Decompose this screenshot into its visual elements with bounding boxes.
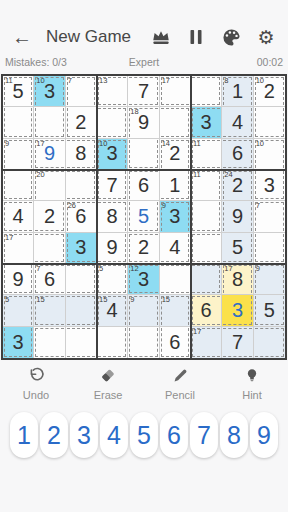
cell-r5c6[interactable]: 93 <box>160 201 191 232</box>
cage-dashed-border <box>129 140 157 168</box>
cage-sum-label: 7 <box>36 264 40 273</box>
toolbar: Undo Erase Pencil Hint <box>0 367 288 401</box>
cell-value-given: 6 <box>128 170 158 200</box>
cage-dashed-border <box>67 265 95 293</box>
navbar: ← New Game ⚙ <box>0 22 288 52</box>
cage-dashed-border <box>67 296 95 324</box>
cage-dashed-border <box>255 234 284 262</box>
cell-r4c4[interactable]: 7 <box>97 170 128 201</box>
cell-r4c7[interactable]: 11 <box>191 170 222 201</box>
cell-r5c1[interactable]: 4 <box>3 201 34 232</box>
hint-lightbulb-icon <box>244 367 260 388</box>
cage-sum-label: 26 <box>68 201 76 210</box>
cell-r2c6[interactable] <box>160 107 191 138</box>
cell-r7c6[interactable] <box>160 264 191 295</box>
numpad-button-3[interactable]: 3 <box>70 412 98 458</box>
cell-r8c9[interactable]: 5 <box>254 295 285 326</box>
cell-r4c8[interactable]: 242 <box>222 170 253 201</box>
cell-r3c8[interactable]: 6 <box>222 139 253 170</box>
pause-icon[interactable] <box>186 27 206 47</box>
cage-sum-label: 14 <box>162 139 170 148</box>
difficulty-label: Expert <box>75 56 213 68</box>
cell-value-given: 1 <box>160 170 190 200</box>
hint-label: Hint <box>242 389 262 401</box>
cage-sum-label: 13 <box>99 76 107 85</box>
cell-value-user: 5 <box>128 201 158 231</box>
cell-r4c1[interactable] <box>3 170 34 201</box>
cell-value-given: 6 <box>160 327 190 358</box>
cell-r6c5[interactable]: 2 <box>128 233 159 264</box>
cell-r7c1[interactable]: 9 <box>3 264 34 295</box>
cell-r5c7[interactable] <box>191 201 222 232</box>
eraser-icon <box>99 367 117 388</box>
cell-r2c1[interactable] <box>3 107 34 138</box>
cage-sum-label: 15 <box>162 295 170 304</box>
cage-sum-label: 12 <box>130 264 138 273</box>
numpad-button-6[interactable]: 6 <box>160 412 188 458</box>
cell-r4c9[interactable]: 3 <box>254 170 285 201</box>
cell-value-given: 4 <box>160 233 190 263</box>
cell-r8c5[interactable]: 9 <box>128 295 159 326</box>
pencil-button[interactable]: Pencil <box>144 367 216 401</box>
numpad-button-5[interactable]: 5 <box>130 412 158 458</box>
cage-sum-label: 17 <box>162 76 170 85</box>
page-title: New Game <box>46 27 131 47</box>
cell-r3c7[interactable]: 11 <box>191 139 222 170</box>
cage-sum-label: 11 <box>5 76 13 85</box>
cell-value-given: 8 <box>66 139 96 169</box>
cell-r8c4[interactable]: 154 <box>97 295 128 326</box>
cell-r8c8[interactable]: 3 <box>222 295 253 326</box>
cell-r4c3[interactable] <box>66 170 97 201</box>
nav-icons: ⚙ <box>151 27 276 47</box>
cell-r9c9[interactable] <box>254 327 285 358</box>
cage-dashed-border <box>4 171 32 199</box>
cage-sum-label: 10 <box>36 76 44 85</box>
cage-dashed-border <box>98 108 126 136</box>
cell-r2c2[interactable] <box>34 107 65 138</box>
cell-value-given: 9 <box>222 201 252 231</box>
cell-r1c8[interactable]: 81 <box>222 76 253 107</box>
cell-r9c1[interactable]: 3 <box>3 327 34 358</box>
numpad-button-7[interactable]: 7 <box>190 412 218 458</box>
cell-r6c1[interactable]: 17 <box>3 233 34 264</box>
cell-r1c5[interactable]: 7 <box>128 76 159 107</box>
cage-sum-label: 5 <box>5 295 9 304</box>
cage-sum-label: 11 <box>193 139 201 148</box>
cell-r4c6[interactable]: 1 <box>160 170 191 201</box>
cell-r5c2[interactable]: 2 <box>34 201 65 232</box>
cell-r7c9[interactable]: 9 <box>254 264 285 295</box>
erase-button[interactable]: Erase <box>72 367 144 401</box>
cell-r1c1[interactable]: 115 <box>3 76 34 107</box>
cell-value-given: 2 <box>128 233 158 263</box>
pencil-label: Pencil <box>165 389 195 401</box>
cell-value-given: 9 <box>3 264 33 294</box>
cell-r9c7[interactable]: 17 <box>191 327 222 358</box>
cage-dashed-border <box>192 265 220 293</box>
cell-r7c8[interactable]: 178 <box>222 264 253 295</box>
cell-r6c6[interactable]: 4 <box>160 233 191 264</box>
cell-r6c9[interactable] <box>254 233 285 264</box>
cage-sum-label: 17 <box>224 264 232 273</box>
cell-r4c5[interactable]: 6 <box>128 170 159 201</box>
cell-value-given: 3 <box>254 170 285 200</box>
cell-r1c7[interactable] <box>191 76 222 107</box>
cell-value-given: 2 <box>34 201 64 231</box>
cell-r9c6[interactable]: 6 <box>160 327 191 358</box>
cell-r7c2[interactable]: 76 <box>34 264 65 295</box>
cell-r3c2[interactable]: 179 <box>34 139 65 170</box>
cell-r8c3[interactable] <box>66 295 97 326</box>
cell-r5c9[interactable]: 7 <box>254 201 285 232</box>
cell-r6c7[interactable] <box>191 233 222 264</box>
cage-dashed-border <box>67 328 95 357</box>
cage-sum-label: 10 <box>99 139 107 148</box>
cell-value-given: 4 <box>3 201 33 231</box>
cell-r5c8[interactable]: 9 <box>222 201 253 232</box>
cell-value-given: 3 <box>3 327 33 358</box>
cell-r9c2[interactable] <box>34 327 65 358</box>
cage-sum-label: 11 <box>193 170 201 179</box>
timer: 00:02 <box>213 56 283 68</box>
cage-dashed-border <box>4 108 32 136</box>
cell-r9c4[interactable] <box>97 327 128 358</box>
killer-sudoku-board: 1151037137178110221893491798103142116102… <box>1 74 287 360</box>
numpad: 123456789 <box>0 412 288 458</box>
numpad-button-1[interactable]: 1 <box>10 412 38 458</box>
cell-r6c2[interactable] <box>34 233 65 264</box>
cell-value-given: 5 <box>222 233 252 263</box>
cell-r1c9[interactable]: 102 <box>254 76 285 107</box>
crown-icon[interactable] <box>151 27 171 47</box>
cell-r9c3[interactable] <box>66 327 97 358</box>
cell-value-given: 7 <box>222 327 252 358</box>
cell-r5c3[interactable]: 266 <box>66 201 97 232</box>
board-grid: 1151037137178110221893491798103142116102… <box>3 76 285 358</box>
cage-dashed-border <box>67 171 95 199</box>
cage-sum-label: 15 <box>36 295 44 304</box>
cage-sum-label: 9 <box>130 295 134 304</box>
cage-dashed-border <box>35 328 63 357</box>
cell-r6c3[interactable]: 3 <box>66 233 97 264</box>
cage-dashed-border <box>192 77 220 105</box>
cell-r1c3[interactable]: 7 <box>66 76 97 107</box>
cage-sum-label: 5 <box>99 264 103 273</box>
cell-r2c4[interactable] <box>97 107 128 138</box>
cell-value-given: 2 <box>66 107 96 137</box>
cell-value-given: 4 <box>222 107 252 137</box>
cage-sum-label: 8 <box>224 76 228 85</box>
cage-sum-label: 9 <box>256 264 260 273</box>
cell-r2c3[interactable]: 2 <box>66 107 97 138</box>
cell-value-given: 5 <box>254 295 285 325</box>
cage-sum-label: 9 <box>162 201 166 210</box>
numpad-button-9[interactable]: 9 <box>250 412 278 458</box>
cell-value-given: 3 <box>191 107 221 137</box>
cage-sum-label: 20 <box>36 170 44 179</box>
cage-sum-label: 24 <box>224 170 232 179</box>
cage-dashed-border <box>129 328 157 357</box>
settings-gear-icon[interactable]: ⚙ <box>256 27 276 47</box>
cage-sum-label: 7 <box>256 201 260 210</box>
cage-dashed-border <box>192 202 220 230</box>
palette-icon[interactable] <box>221 27 241 47</box>
cell-r2c5[interactable]: 189 <box>128 107 159 138</box>
cell-value-given: 6 <box>222 139 252 169</box>
cage-dashed-border <box>98 328 126 357</box>
cell-r1c4[interactable]: 13 <box>97 76 128 107</box>
undo-icon <box>28 367 45 388</box>
cage-sum-label: 17 <box>5 233 13 242</box>
back-arrow-icon[interactable]: ← <box>12 27 32 47</box>
undo-label: Undo <box>23 389 49 401</box>
erase-label: Erase <box>94 389 123 401</box>
cage-sum-label: 9 <box>5 139 9 148</box>
cell-value-given: 8 <box>97 201 127 231</box>
cage-dashed-border <box>35 108 63 136</box>
cell-r6c8[interactable]: 5 <box>222 233 253 264</box>
cell-r7c7[interactable] <box>191 264 222 295</box>
cell-r9c5[interactable] <box>128 327 159 358</box>
cell-r6c4[interactable]: 9 <box>97 233 128 264</box>
cell-r8c1[interactable]: 5 <box>3 295 34 326</box>
cell-r7c3[interactable] <box>66 264 97 295</box>
cage-dashed-border <box>192 234 220 262</box>
cell-value-given: 7 <box>97 170 127 200</box>
cell-value-given: 6 <box>191 295 221 325</box>
cage-sum-label: 17 <box>193 327 201 336</box>
hint-button[interactable]: Hint <box>216 367 288 401</box>
cell-r1c6[interactable]: 17 <box>160 76 191 107</box>
status-row: Mistakes: 0/3 Expert 00:02 <box>0 52 288 72</box>
cell-value-given: 9 <box>97 233 127 263</box>
cage-dashed-border <box>255 108 284 136</box>
pencil-icon <box>172 367 189 388</box>
cell-r3c5[interactable] <box>128 139 159 170</box>
cell-r3c4[interactable]: 103 <box>97 139 128 170</box>
cell-r8c6[interactable]: 15 <box>160 295 191 326</box>
cell-r4c2[interactable]: 20 <box>34 170 65 201</box>
cell-r3c9[interactable]: 10 <box>254 139 285 170</box>
cell-r2c9[interactable] <box>254 107 285 138</box>
cage-sum-label: 15 <box>99 295 107 304</box>
numpad-button-2[interactable]: 2 <box>40 412 68 458</box>
status-bar-space <box>0 0 288 22</box>
cage-sum-label: 18 <box>130 107 138 116</box>
cell-r8c2[interactable]: 15 <box>34 295 65 326</box>
cell-r1c2[interactable]: 103 <box>34 76 65 107</box>
cell-value-given: 3 <box>66 233 96 263</box>
cage-sum-label: 7 <box>68 76 72 85</box>
cage-dashed-border <box>35 234 63 262</box>
cell-r3c1[interactable]: 9 <box>3 139 34 170</box>
cage-sum-label: 10 <box>256 139 264 148</box>
cell-r8c7[interactable]: 6 <box>191 295 222 326</box>
cage-dashed-border <box>161 265 189 293</box>
cell-r2c8[interactable]: 4 <box>222 107 253 138</box>
cage-dashed-border <box>255 328 284 357</box>
cell-r9c8[interactable]: 7 <box>222 327 253 358</box>
cell-value-given: 7 <box>128 76 158 106</box>
cell-r3c6[interactable]: 142 <box>160 139 191 170</box>
numpad-button-8[interactable]: 8 <box>220 412 248 458</box>
cell-r5c5[interactable]: 5 <box>128 201 159 232</box>
cage-dashed-border <box>161 108 189 136</box>
cell-r2c7[interactable]: 3 <box>191 107 222 138</box>
cage-sum-label: 17 <box>36 139 44 148</box>
cell-r7c5[interactable]: 123 <box>128 264 159 295</box>
cage-sum-label: 10 <box>256 76 264 85</box>
numpad-button-4[interactable]: 4 <box>100 412 128 458</box>
mistakes-counter: Mistakes: 0/3 <box>5 56 75 68</box>
cell-r5c4[interactable]: 8 <box>97 201 128 232</box>
cell-r3c3[interactable]: 8 <box>66 139 97 170</box>
cell-value-user: 3 <box>222 295 252 325</box>
cell-r7c4[interactable]: 5 <box>97 264 128 295</box>
undo-button[interactable]: Undo <box>0 367 72 401</box>
